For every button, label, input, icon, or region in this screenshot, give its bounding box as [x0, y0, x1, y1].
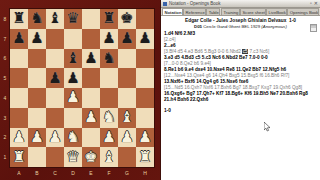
- file-label-d: D: [64, 167, 82, 179]
- move-token[interactable]: [12...Nxe4 13.Qxe4 g6 14.Qh4 Bxg5 15.Bxg…: [164, 73, 289, 78]
- chess-board-pane: 87654321 ♜♞♝♛♜♚♟♟♟♟♟♝♟♞♟♟♟♟♞♝♟♟♟♞♟♟♟♜♛♚♝…: [0, 0, 160, 180]
- square-e5[interactable]: [82, 68, 100, 88]
- file-label-h: H: [136, 167, 154, 179]
- rank-label-4: 4: [0, 88, 10, 108]
- square-a3[interactable]: [10, 108, 28, 128]
- square-f7[interactable]: ♟: [100, 29, 118, 49]
- rank-label-3: 3: [0, 108, 10, 128]
- white-rook: ♜: [12, 149, 25, 164]
- black-pawn: ♟: [84, 50, 97, 65]
- move-token[interactable]: [3.Bf4 d5 4.e3 Bd6 5.Bg3 0-0 6.Nbd2: [164, 49, 242, 54]
- black-bishop: ♝: [48, 11, 61, 26]
- white-pawn: ♟: [102, 129, 115, 144]
- rank-label-1: 1: [0, 147, 10, 167]
- square-b6[interactable]: [28, 49, 46, 69]
- square-d2[interactable]: ♞: [64, 128, 82, 148]
- square-b4[interactable]: [28, 88, 46, 108]
- close-icon[interactable]: ✕: [314, 1, 318, 6]
- move-token[interactable]: [2.c4]: [164, 37, 175, 42]
- white-pawn: ♟: [84, 110, 97, 125]
- move-token[interactable]: [7...0-0 8.Qe2 b6 9.e4]: [164, 61, 211, 66]
- tab-reference[interactable]: Reference: [183, 8, 206, 15]
- tab-notation[interactable]: Notation: [162, 8, 183, 15]
- rank-label-7: 7: [0, 29, 10, 49]
- square-b7[interactable]: ♟: [28, 29, 46, 49]
- square-g1[interactable]: [118, 147, 136, 167]
- move-token[interactable]: 3.e3 d5 4.Bd3 c5 5.c3 Nc6 6.Nbd2 Be7 7.0…: [164, 55, 268, 60]
- rank-label-6: 6: [0, 49, 10, 69]
- square-c6[interactable]: [46, 49, 64, 69]
- black-pawn: ♟: [30, 31, 43, 46]
- game-result-header: 1-0: [289, 18, 296, 23]
- square-d7[interactable]: [64, 29, 82, 49]
- square-e2[interactable]: [82, 128, 100, 148]
- file-label-b: B: [28, 167, 46, 179]
- square-a5[interactable]: [10, 68, 28, 88]
- black-pawn: ♟: [12, 31, 25, 46]
- file-label-e: E: [82, 167, 100, 179]
- file-label-f: F: [100, 167, 118, 179]
- square-a1[interactable]: ♜: [10, 147, 28, 167]
- file-label-g: G: [118, 167, 136, 179]
- square-d4[interactable]: ♟: [64, 88, 82, 108]
- rank-label-8: 8: [0, 9, 10, 29]
- square-g6[interactable]: [118, 49, 136, 69]
- square-f6[interactable]: ♞: [100, 49, 118, 69]
- move-token[interactable]: 2...e6: [164, 43, 176, 48]
- square-d1[interactable]: ♛: [64, 147, 82, 167]
- move-token[interactable]: 8.Re1 b6 9.e4 dxe4 10.Nxe4 Re8 11.Qe2 Bb…: [164, 67, 286, 72]
- square-c7[interactable]: [46, 29, 64, 49]
- white-bishop: ♝: [120, 110, 133, 125]
- tab-bar: NotationReferenceTableTrainingScore shee…: [161, 8, 320, 16]
- white-queen: ♛: [66, 149, 79, 164]
- square-d6[interactable]: ♝: [64, 49, 82, 69]
- move-line: 16.Qxg6+ Bg7 17.Qh7+ Kf7 18.Bg6+ Kf6 19.…: [164, 91, 317, 103]
- document-icon[interactable]: [310, 24, 317, 32]
- square-c1[interactable]: [46, 147, 64, 167]
- square-f8[interactable]: ♜: [100, 9, 118, 29]
- square-a6[interactable]: [10, 49, 28, 69]
- tab-score-sheet[interactable]: Score sheet: [240, 8, 265, 15]
- black-pawn: ♟: [138, 31, 151, 46]
- tab-table[interactable]: Table: [206, 8, 220, 15]
- black-knight: ♞: [102, 50, 115, 65]
- square-c4[interactable]: [46, 88, 64, 108]
- square-b3[interactable]: [28, 108, 46, 128]
- restore-icon[interactable]: ▫: [310, 1, 312, 6]
- square-b2[interactable]: ♟: [28, 128, 46, 148]
- square-b5[interactable]: [28, 68, 46, 88]
- tab-livebook[interactable]: LiveBook: [266, 8, 287, 15]
- square-h8[interactable]: [136, 9, 154, 29]
- white-pawn: ♟: [120, 129, 133, 144]
- black-rook: ♜: [102, 11, 115, 26]
- move-token: 1-0: [164, 108, 171, 113]
- square-d5[interactable]: ♟: [64, 68, 82, 88]
- square-g5[interactable]: [118, 68, 136, 88]
- square-c3[interactable]: [46, 108, 64, 128]
- square-h4[interactable]: [136, 88, 154, 108]
- square-e7[interactable]: [82, 29, 100, 49]
- white-rook: ♜: [138, 149, 151, 164]
- screenshot-root: { "game": "chess", "position": { "fen": …: [0, 0, 320, 180]
- file-labels: ABCDEFGH: [10, 167, 154, 179]
- white-pawn: ♟: [30, 129, 43, 144]
- annotator-text: (Anonymous): [261, 24, 287, 29]
- square-g8[interactable]: ♚: [118, 9, 136, 29]
- move-token[interactable]: 1.d4 Nf6 2.Nf3: [164, 31, 195, 36]
- black-pawn: ♟: [120, 31, 133, 46]
- move-token[interactable]: 13.Nxf6+ Bxf6 14.Qg4 g6 15.Nxe6 fxe6: [164, 79, 248, 84]
- square-f1[interactable]: ♝: [100, 147, 118, 167]
- black-king: ♚: [120, 11, 133, 26]
- white-pawn: ♟: [66, 90, 79, 105]
- black-rook: ♜: [12, 11, 25, 26]
- event-text: Cercle Gand Ghent BEL 1929: [203, 24, 260, 29]
- square-f5[interactable]: [100, 68, 118, 88]
- tab-openings-book[interactable]: Openings Book: [287, 8, 318, 15]
- eco-code: D05: [194, 24, 202, 29]
- mouse-cursor: [264, 122, 271, 132]
- square-f2[interactable]: ♟: [100, 128, 118, 148]
- white-pawn: ♟: [138, 129, 151, 144]
- move-token[interactable]: 16.Qxg6+ Bg7 17.Qh7+ Kf7 18.Bg6+ Kf6 19.…: [164, 91, 308, 102]
- move-token[interactable]: 7.c3 Nc6]: [248, 49, 269, 54]
- move-token[interactable]: [15...Nd5 16.Qxh7 Nxf6 17.Bxh6 Bg7 18.Bx…: [164, 85, 302, 90]
- square-c5[interactable]: ♟: [46, 68, 64, 88]
- square-h3[interactable]: [136, 108, 154, 128]
- file-label-a: A: [10, 167, 28, 179]
- white-bishop: ♝: [102, 149, 115, 164]
- black-pawn: ♟: [102, 31, 115, 46]
- white-pawn: ♟: [12, 129, 25, 144]
- app-icon: [163, 2, 167, 6]
- square-a7[interactable]: ♟: [10, 29, 28, 49]
- file-label-c: C: [46, 167, 64, 179]
- tab-training[interactable]: Training: [221, 8, 240, 15]
- square-g4[interactable]: [118, 88, 136, 108]
- square-a8[interactable]: ♜: [10, 9, 28, 29]
- square-h7[interactable]: ♟: [136, 29, 154, 49]
- square-g3[interactable]: ♝: [118, 108, 136, 128]
- square-d3[interactable]: [64, 108, 82, 128]
- game-event-header: D05 Cercle Gand Ghent BEL 1929 (Anonymou…: [161, 24, 320, 29]
- square-h5[interactable]: [136, 68, 154, 88]
- notation-panel: Notation - Openings Book ▫ ✕ NotationRef…: [160, 0, 320, 180]
- black-bishop: ♝: [66, 50, 79, 65]
- square-h2[interactable]: ♟: [136, 128, 154, 148]
- board-squares: ♜♞♝♛♜♚♟♟♟♟♟♝♟♞♟♟♟♟♞♝♟♟♟♞♟♟♟♜♛♚♝♜: [10, 9, 154, 167]
- square-h1[interactable]: ♜: [136, 147, 154, 167]
- square-d8[interactable]: ♛: [64, 9, 82, 29]
- white-knight: ♞: [66, 129, 79, 144]
- square-f3[interactable]: ♞: [100, 108, 118, 128]
- square-c8[interactable]: ♝: [46, 9, 64, 29]
- square-h6[interactable]: [136, 49, 154, 69]
- game-players-header: Edgar Colle - Jules Joseph Ghislain Delv…: [161, 18, 320, 23]
- white-knight: ♞: [102, 110, 115, 125]
- notation-moves: 1.d4 Nf6 2.Nf3[2.c4]2...e6[3.Bf4 d5 4.e3…: [164, 31, 317, 114]
- square-a4[interactable]: [10, 88, 28, 108]
- rank-label-2: 2: [0, 128, 10, 148]
- square-e3[interactable]: ♟: [82, 108, 100, 128]
- rank-label-5: 5: [0, 68, 10, 88]
- square-g2[interactable]: ♟: [118, 128, 136, 148]
- square-a2[interactable]: ♟: [10, 128, 28, 148]
- square-c2[interactable]: ♟: [46, 128, 64, 148]
- square-e6[interactable]: ♟: [82, 49, 100, 69]
- square-e8[interactable]: [82, 9, 100, 29]
- black-pawn: ♟: [66, 70, 79, 85]
- result-line: 1-0: [164, 108, 317, 114]
- square-f4[interactable]: [100, 88, 118, 108]
- white-king: ♚: [84, 149, 97, 164]
- square-e4[interactable]: [82, 88, 100, 108]
- black-pawn: ♟: [48, 70, 61, 85]
- square-e1[interactable]: ♚: [82, 147, 100, 167]
- square-g7[interactable]: ♟: [118, 29, 136, 49]
- panel-titlebar: Notation - Openings Book ▫ ✕: [161, 0, 320, 8]
- white-pawn: ♟: [48, 129, 61, 144]
- square-b1[interactable]: [28, 147, 46, 167]
- black-knight: ♞: [30, 11, 43, 26]
- rank-labels: 87654321: [0, 9, 10, 167]
- panel-title: Notation - Openings Book: [169, 1, 308, 6]
- square-b8[interactable]: ♞: [28, 9, 46, 29]
- black-queen: ♛: [66, 11, 79, 26]
